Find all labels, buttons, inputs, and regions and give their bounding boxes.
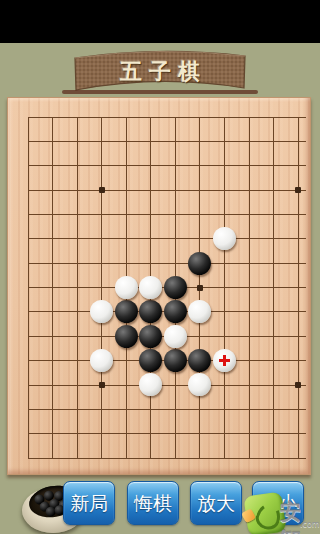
white-stone — [213, 227, 236, 250]
black-stone — [115, 325, 138, 348]
title-plaque: 五子棋 — [71, 45, 249, 95]
last-move-marker — [213, 349, 236, 372]
watermark-suffix: .com — [300, 520, 320, 529]
undo-button[interactable]: 悔棋 — [127, 481, 179, 525]
black-stone — [188, 252, 211, 275]
white-stone — [213, 349, 236, 372]
black-stone — [164, 276, 187, 299]
black-stone — [164, 349, 187, 372]
white-stone — [139, 373, 162, 396]
black-stone — [139, 300, 162, 323]
white-stone — [188, 373, 211, 396]
black-stone — [164, 300, 187, 323]
page-title: 五子棋 — [71, 57, 249, 87]
white-stone — [188, 300, 211, 323]
white-stone — [164, 325, 187, 348]
black-stone — [139, 325, 162, 348]
white-stone — [115, 276, 138, 299]
stones-layer — [16, 105, 311, 470]
plaque-shadow — [62, 90, 258, 94]
new-game-button[interactable]: 新局 — [63, 481, 115, 525]
white-stone — [90, 349, 113, 372]
black-stone — [115, 300, 138, 323]
anzhi-tag-icon — [241, 508, 256, 523]
gomoku-board[interactable] — [7, 97, 311, 475]
zoom-in-button[interactable]: 放大 — [190, 481, 242, 525]
white-stone — [139, 276, 162, 299]
status-bar — [0, 0, 320, 43]
anzhi-swirl — [253, 501, 283, 533]
black-stone — [188, 349, 211, 372]
app-screen: 五子棋 新局 悔棋 放大 缩小 安智 .com — [0, 0, 320, 534]
anzhi-watermark: 安智 .com — [244, 492, 320, 534]
white-stone — [90, 300, 113, 323]
black-stone — [139, 349, 162, 372]
